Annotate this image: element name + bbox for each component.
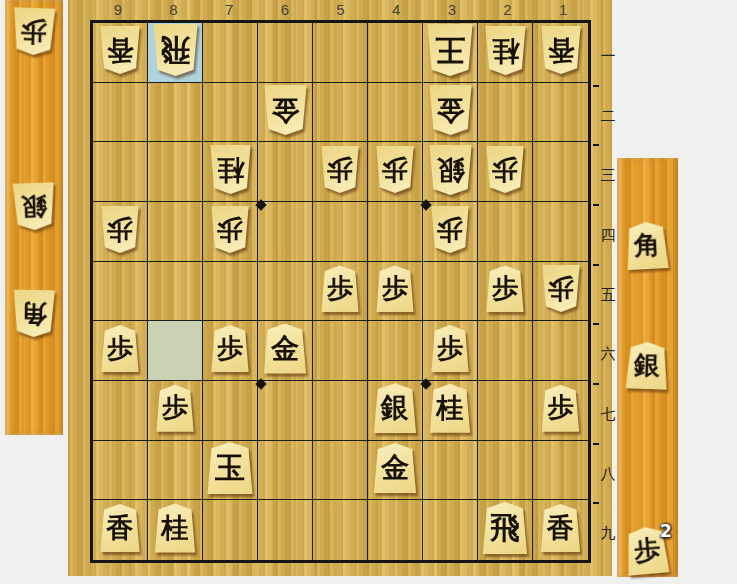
piece-face: 角 — [13, 290, 56, 338]
gote-piece-歩[interactable]: 歩 — [431, 206, 469, 253]
square-15[interactable]: 歩 — [533, 262, 588, 322]
piece-kanji: 歩 — [382, 276, 408, 302]
sente-piece-香[interactable]: 香 — [100, 504, 140, 552]
rank-label-6: 六 — [599, 345, 617, 363]
square-83[interactable] — [148, 142, 203, 202]
piece-face: 歩 — [486, 146, 524, 193]
square-42[interactable] — [368, 83, 423, 143]
piece-face: 歩 — [101, 206, 139, 253]
piece-face: 金 — [429, 85, 472, 135]
square-21[interactable]: 桂 — [478, 23, 533, 83]
square-79[interactable] — [203, 500, 258, 560]
sente-piece-銀[interactable]: 銀 — [374, 383, 417, 433]
square-75[interactable] — [203, 262, 258, 322]
gote-piece-歩[interactable]: 歩 — [321, 146, 359, 193]
square-85[interactable] — [148, 262, 203, 322]
piece-face: 香 — [100, 504, 140, 552]
piece-kanji: 銀 — [436, 156, 464, 184]
square-29[interactable]: 飛 — [478, 500, 533, 560]
file-label-2: 2 — [480, 1, 536, 18]
rank-tick — [593, 383, 599, 385]
piece-kanji: 歩 — [548, 395, 574, 421]
piece-kanji: 銀 — [634, 352, 661, 379]
square-38[interactable] — [423, 441, 478, 501]
square-71[interactable] — [203, 23, 258, 83]
square-92[interactable] — [93, 83, 148, 143]
piece-face: 金 — [264, 85, 307, 135]
square-94[interactable]: 歩 — [93, 202, 148, 262]
piece-face: 桂 — [430, 384, 471, 433]
square-49[interactable] — [368, 500, 423, 560]
square-96[interactable]: 歩 — [93, 321, 148, 381]
piece-face: 歩 — [431, 325, 469, 372]
square-99[interactable]: 香 — [93, 500, 148, 560]
rank-tick — [593, 264, 599, 266]
piece-kanji: 歩 — [107, 336, 133, 362]
gote-piece-歩[interactable]: 歩 — [542, 265, 580, 312]
sente-piece-歩[interactable]: 歩 — [486, 265, 524, 312]
sente-piece-歩[interactable]: 歩 — [321, 265, 359, 312]
rank-label-4: 四 — [599, 226, 617, 244]
piece-face: 歩 — [542, 385, 580, 432]
piece-kanji: 金 — [436, 96, 464, 124]
square-44[interactable] — [368, 202, 423, 262]
square-18[interactable] — [533, 441, 588, 501]
piece-kanji: 歩 — [327, 157, 353, 183]
sente-piece-歩[interactable]: 歩 — [376, 265, 414, 312]
piece-kanji: 歩 — [217, 216, 243, 242]
piece-kanji: 金 — [271, 96, 299, 124]
square-93[interactable] — [93, 142, 148, 202]
piece-face: 歩 — [101, 325, 139, 372]
piece-face: 香 — [541, 504, 581, 552]
square-68[interactable] — [258, 441, 313, 501]
square-37[interactable]: 桂 — [423, 381, 478, 441]
square-73[interactable]: 桂 — [203, 142, 258, 202]
rank-tick — [593, 502, 599, 504]
piece-kanji: 歩 — [548, 276, 574, 302]
piece-face: 歩 — [376, 265, 414, 312]
piece-face: 銀 — [625, 341, 669, 389]
gote-piece-角[interactable]: 角 — [13, 290, 56, 338]
piece-face: 金 — [374, 443, 417, 493]
sente-piece-角[interactable]: 角 — [625, 221, 669, 270]
piece-kanji: 桂 — [162, 515, 189, 542]
piece-kanji: 歩 — [492, 276, 518, 302]
square-88[interactable] — [148, 441, 203, 501]
square-23[interactable]: 歩 — [478, 142, 533, 202]
square-19[interactable]: 香 — [533, 500, 588, 560]
square-16[interactable] — [533, 321, 588, 381]
rank-label-3: 三 — [599, 166, 617, 184]
piece-face: 歩 — [12, 7, 56, 55]
square-54[interactable] — [313, 202, 368, 262]
piece-kanji: 歩 — [327, 276, 353, 302]
komadai-gote: 歩銀角 — [5, 0, 63, 435]
piece-kanji: 歩 — [382, 157, 408, 183]
square-98[interactable] — [93, 441, 148, 501]
square-72[interactable] — [203, 83, 258, 143]
square-81[interactable]: 飛 — [148, 23, 203, 83]
square-97[interactable] — [93, 381, 148, 441]
piece-face: 金 — [264, 324, 307, 374]
piece-face: 桂 — [485, 26, 526, 75]
piece-kanji: 香 — [107, 37, 134, 64]
file-label-4: 4 — [368, 1, 424, 18]
square-65[interactable] — [258, 262, 313, 322]
file-label-8: 8 — [146, 1, 202, 18]
piece-kanji: 歩 — [107, 216, 133, 242]
piece-face: 歩 — [156, 385, 194, 432]
square-31[interactable]: 王 — [423, 23, 478, 83]
rank-tick — [593, 144, 599, 146]
piece-kanji: 香 — [547, 515, 574, 542]
board-grid[interactable]: 香飛王桂香金金桂歩歩銀歩歩歩歩歩歩歩歩歩歩金歩歩銀桂歩玉金香桂飛香一二三四五六七… — [90, 20, 591, 563]
piece-face: 香 — [100, 26, 140, 74]
square-84[interactable] — [148, 202, 203, 262]
square-25[interactable]: 歩 — [478, 262, 533, 322]
sente-piece-桂[interactable]: 桂 — [430, 384, 471, 433]
square-13[interactable] — [533, 142, 588, 202]
sente-piece-香[interactable]: 香 — [541, 504, 581, 552]
square-55[interactable]: 歩 — [313, 262, 368, 322]
sente-piece-銀[interactable]: 銀 — [625, 341, 669, 389]
square-27[interactable] — [478, 381, 533, 441]
file-label-3: 3 — [424, 1, 480, 18]
piece-kanji: 歩 — [633, 536, 661, 564]
gote-piece-香[interactable]: 香 — [100, 26, 140, 74]
square-74[interactable]: 歩 — [203, 202, 258, 262]
square-51[interactable] — [313, 23, 368, 83]
piece-face: 歩 — [211, 325, 249, 372]
piece-face: 歩 — [431, 206, 469, 253]
piece-kanji: 王 — [435, 35, 465, 65]
square-69[interactable] — [258, 500, 313, 560]
square-24[interactable] — [478, 202, 533, 262]
rank-label-2: 二 — [599, 107, 617, 125]
file-label-5: 5 — [313, 1, 369, 18]
square-32[interactable]: 金 — [423, 83, 478, 143]
sente-piece-歩[interactable]: 歩 — [211, 325, 249, 372]
komadai-sente: 角銀歩2 — [617, 158, 678, 577]
piece-kanji: 香 — [547, 37, 574, 64]
gote-piece-歩[interactable]: 歩 — [101, 206, 139, 253]
rank-label-8: 八 — [599, 465, 617, 483]
piece-face: 歩 — [211, 206, 249, 253]
rank-label-5: 五 — [599, 286, 617, 304]
rank-label-9: 九 — [599, 524, 617, 542]
piece-kanji: 香 — [107, 515, 134, 542]
square-82[interactable] — [148, 83, 203, 143]
square-36[interactable]: 歩 — [423, 321, 478, 381]
file-label-1: 1 — [535, 1, 591, 18]
square-66[interactable]: 金 — [258, 321, 313, 381]
shogi-board: 987654321 香飛王桂香金金桂歩歩銀歩歩歩歩歩歩歩歩歩歩金歩歩銀桂歩玉金香… — [68, 0, 612, 576]
square-22[interactable] — [478, 83, 533, 143]
piece-face: 桂 — [210, 145, 251, 194]
piece-kanji: 角 — [21, 300, 47, 326]
sente-piece-金[interactable]: 金 — [374, 443, 417, 493]
square-53[interactable]: 歩 — [313, 142, 368, 202]
square-61[interactable] — [258, 23, 313, 83]
gote-piece-王[interactable]: 王 — [427, 24, 473, 76]
square-11[interactable]: 香 — [533, 23, 588, 83]
piece-face: 香 — [541, 26, 581, 74]
piece-face: 歩 — [542, 265, 580, 312]
square-43[interactable]: 歩 — [368, 142, 423, 202]
sente-piece-歩[interactable]: 歩 — [431, 325, 469, 372]
piece-face: 歩 — [376, 146, 414, 193]
sente-piece-玉[interactable]: 玉 — [207, 442, 253, 494]
square-67[interactable] — [258, 381, 313, 441]
piece-kanji: 銀 — [381, 394, 409, 422]
gote-piece-桂[interactable]: 桂 — [485, 26, 526, 75]
sente-piece-歩[interactable]: 歩 — [101, 325, 139, 372]
gote-piece-桂[interactable]: 桂 — [210, 145, 251, 194]
piece-kanji: 銀 — [21, 193, 48, 220]
square-86[interactable] — [148, 321, 203, 381]
piece-face: 銀 — [12, 182, 56, 230]
piece-kanji: 歩 — [217, 336, 243, 362]
piece-kanji: 桂 — [217, 156, 244, 183]
piece-face: 歩 — [321, 146, 359, 193]
square-52[interactable] — [313, 83, 368, 143]
square-89[interactable]: 桂 — [148, 500, 203, 560]
file-label-9: 9 — [90, 1, 146, 18]
square-14[interactable] — [533, 202, 588, 262]
rank-label-7: 七 — [599, 405, 617, 423]
piece-kanji: 角 — [633, 232, 660, 259]
gote-piece-金[interactable]: 金 — [264, 85, 307, 135]
square-91[interactable]: 香 — [93, 23, 148, 83]
gote-piece-歩[interactable]: 歩 — [211, 206, 249, 253]
square-77[interactable] — [203, 381, 258, 441]
piece-kanji: 歩 — [437, 216, 463, 242]
rank-tick — [593, 443, 599, 445]
piece-face: 飛 — [153, 24, 198, 76]
file-label-7: 7 — [201, 1, 257, 18]
square-34[interactable]: 歩 — [423, 202, 478, 262]
square-57[interactable] — [313, 381, 368, 441]
square-95[interactable] — [93, 262, 148, 322]
square-76[interactable]: 歩 — [203, 321, 258, 381]
file-labels: 987654321 — [90, 1, 591, 18]
square-78[interactable]: 玉 — [203, 441, 258, 501]
square-48[interactable]: 金 — [368, 441, 423, 501]
sente-piece-歩[interactable]: 歩 — [542, 385, 580, 432]
gote-piece-歩[interactable]: 歩 — [486, 146, 524, 193]
piece-face: 王 — [427, 24, 473, 76]
piece-kanji: 飛 — [490, 513, 520, 543]
file-label-6: 6 — [257, 1, 313, 18]
square-59[interactable] — [313, 500, 368, 560]
gote-piece-歩[interactable]: 歩 — [376, 146, 414, 193]
square-46[interactable] — [368, 321, 423, 381]
square-58[interactable] — [313, 441, 368, 501]
sente-piece-歩[interactable]: 歩 — [156, 385, 194, 432]
gote-piece-歩[interactable]: 歩 — [12, 7, 56, 55]
piece-kanji: 金 — [271, 335, 299, 363]
square-41[interactable] — [368, 23, 423, 83]
square-56[interactable] — [313, 321, 368, 381]
square-35[interactable] — [423, 262, 478, 322]
gote-piece-銀[interactable]: 銀 — [12, 182, 56, 230]
piece-face: 歩 — [486, 265, 524, 312]
piece-face: 飛 — [483, 502, 528, 554]
sente-piece-桂[interactable]: 桂 — [155, 504, 196, 553]
sente-piece-飛[interactable]: 飛 — [483, 502, 528, 554]
square-26[interactable] — [478, 321, 533, 381]
rank-tick — [593, 323, 599, 325]
square-63[interactable] — [258, 142, 313, 202]
rank-label-1: 一 — [599, 47, 617, 65]
square-17[interactable]: 歩 — [533, 381, 588, 441]
piece-kanji: 歩 — [437, 336, 463, 362]
gote-piece-香[interactable]: 香 — [541, 26, 581, 74]
piece-kanji: 飛 — [160, 35, 190, 65]
piece-kanji: 歩 — [492, 157, 518, 183]
piece-kanji: 歩 — [162, 395, 188, 421]
piece-kanji: 金 — [381, 454, 409, 482]
square-62[interactable]: 金 — [258, 83, 313, 143]
piece-kanji: 玉 — [215, 453, 245, 483]
piece-face: 玉 — [207, 442, 253, 494]
gote-piece-飛[interactable]: 飛 — [153, 24, 198, 76]
square-28[interactable] — [478, 441, 533, 501]
rank-tick — [593, 204, 599, 206]
square-39[interactable] — [423, 500, 478, 560]
piece-face: 銀 — [429, 145, 472, 195]
piece-kanji: 桂 — [437, 395, 464, 422]
square-12[interactable] — [533, 83, 588, 143]
square-64[interactable] — [258, 202, 313, 262]
piece-face: 歩 — [321, 265, 359, 312]
piece-face: 角 — [625, 221, 669, 270]
hand-count-歩: 2 — [660, 521, 672, 541]
square-45[interactable]: 歩 — [368, 262, 423, 322]
square-87[interactable]: 歩 — [148, 381, 203, 441]
gote-piece-銀[interactable]: 銀 — [429, 145, 472, 195]
gote-piece-金[interactable]: 金 — [429, 85, 472, 135]
rank-tick — [593, 85, 599, 87]
square-47[interactable]: 銀 — [368, 381, 423, 441]
piece-face: 桂 — [155, 504, 196, 553]
sente-piece-金[interactable]: 金 — [264, 324, 307, 374]
piece-face: 銀 — [374, 383, 417, 433]
piece-kanji: 歩 — [21, 18, 48, 45]
piece-kanji: 桂 — [492, 37, 519, 64]
square-33[interactable]: 銀 — [423, 142, 478, 202]
